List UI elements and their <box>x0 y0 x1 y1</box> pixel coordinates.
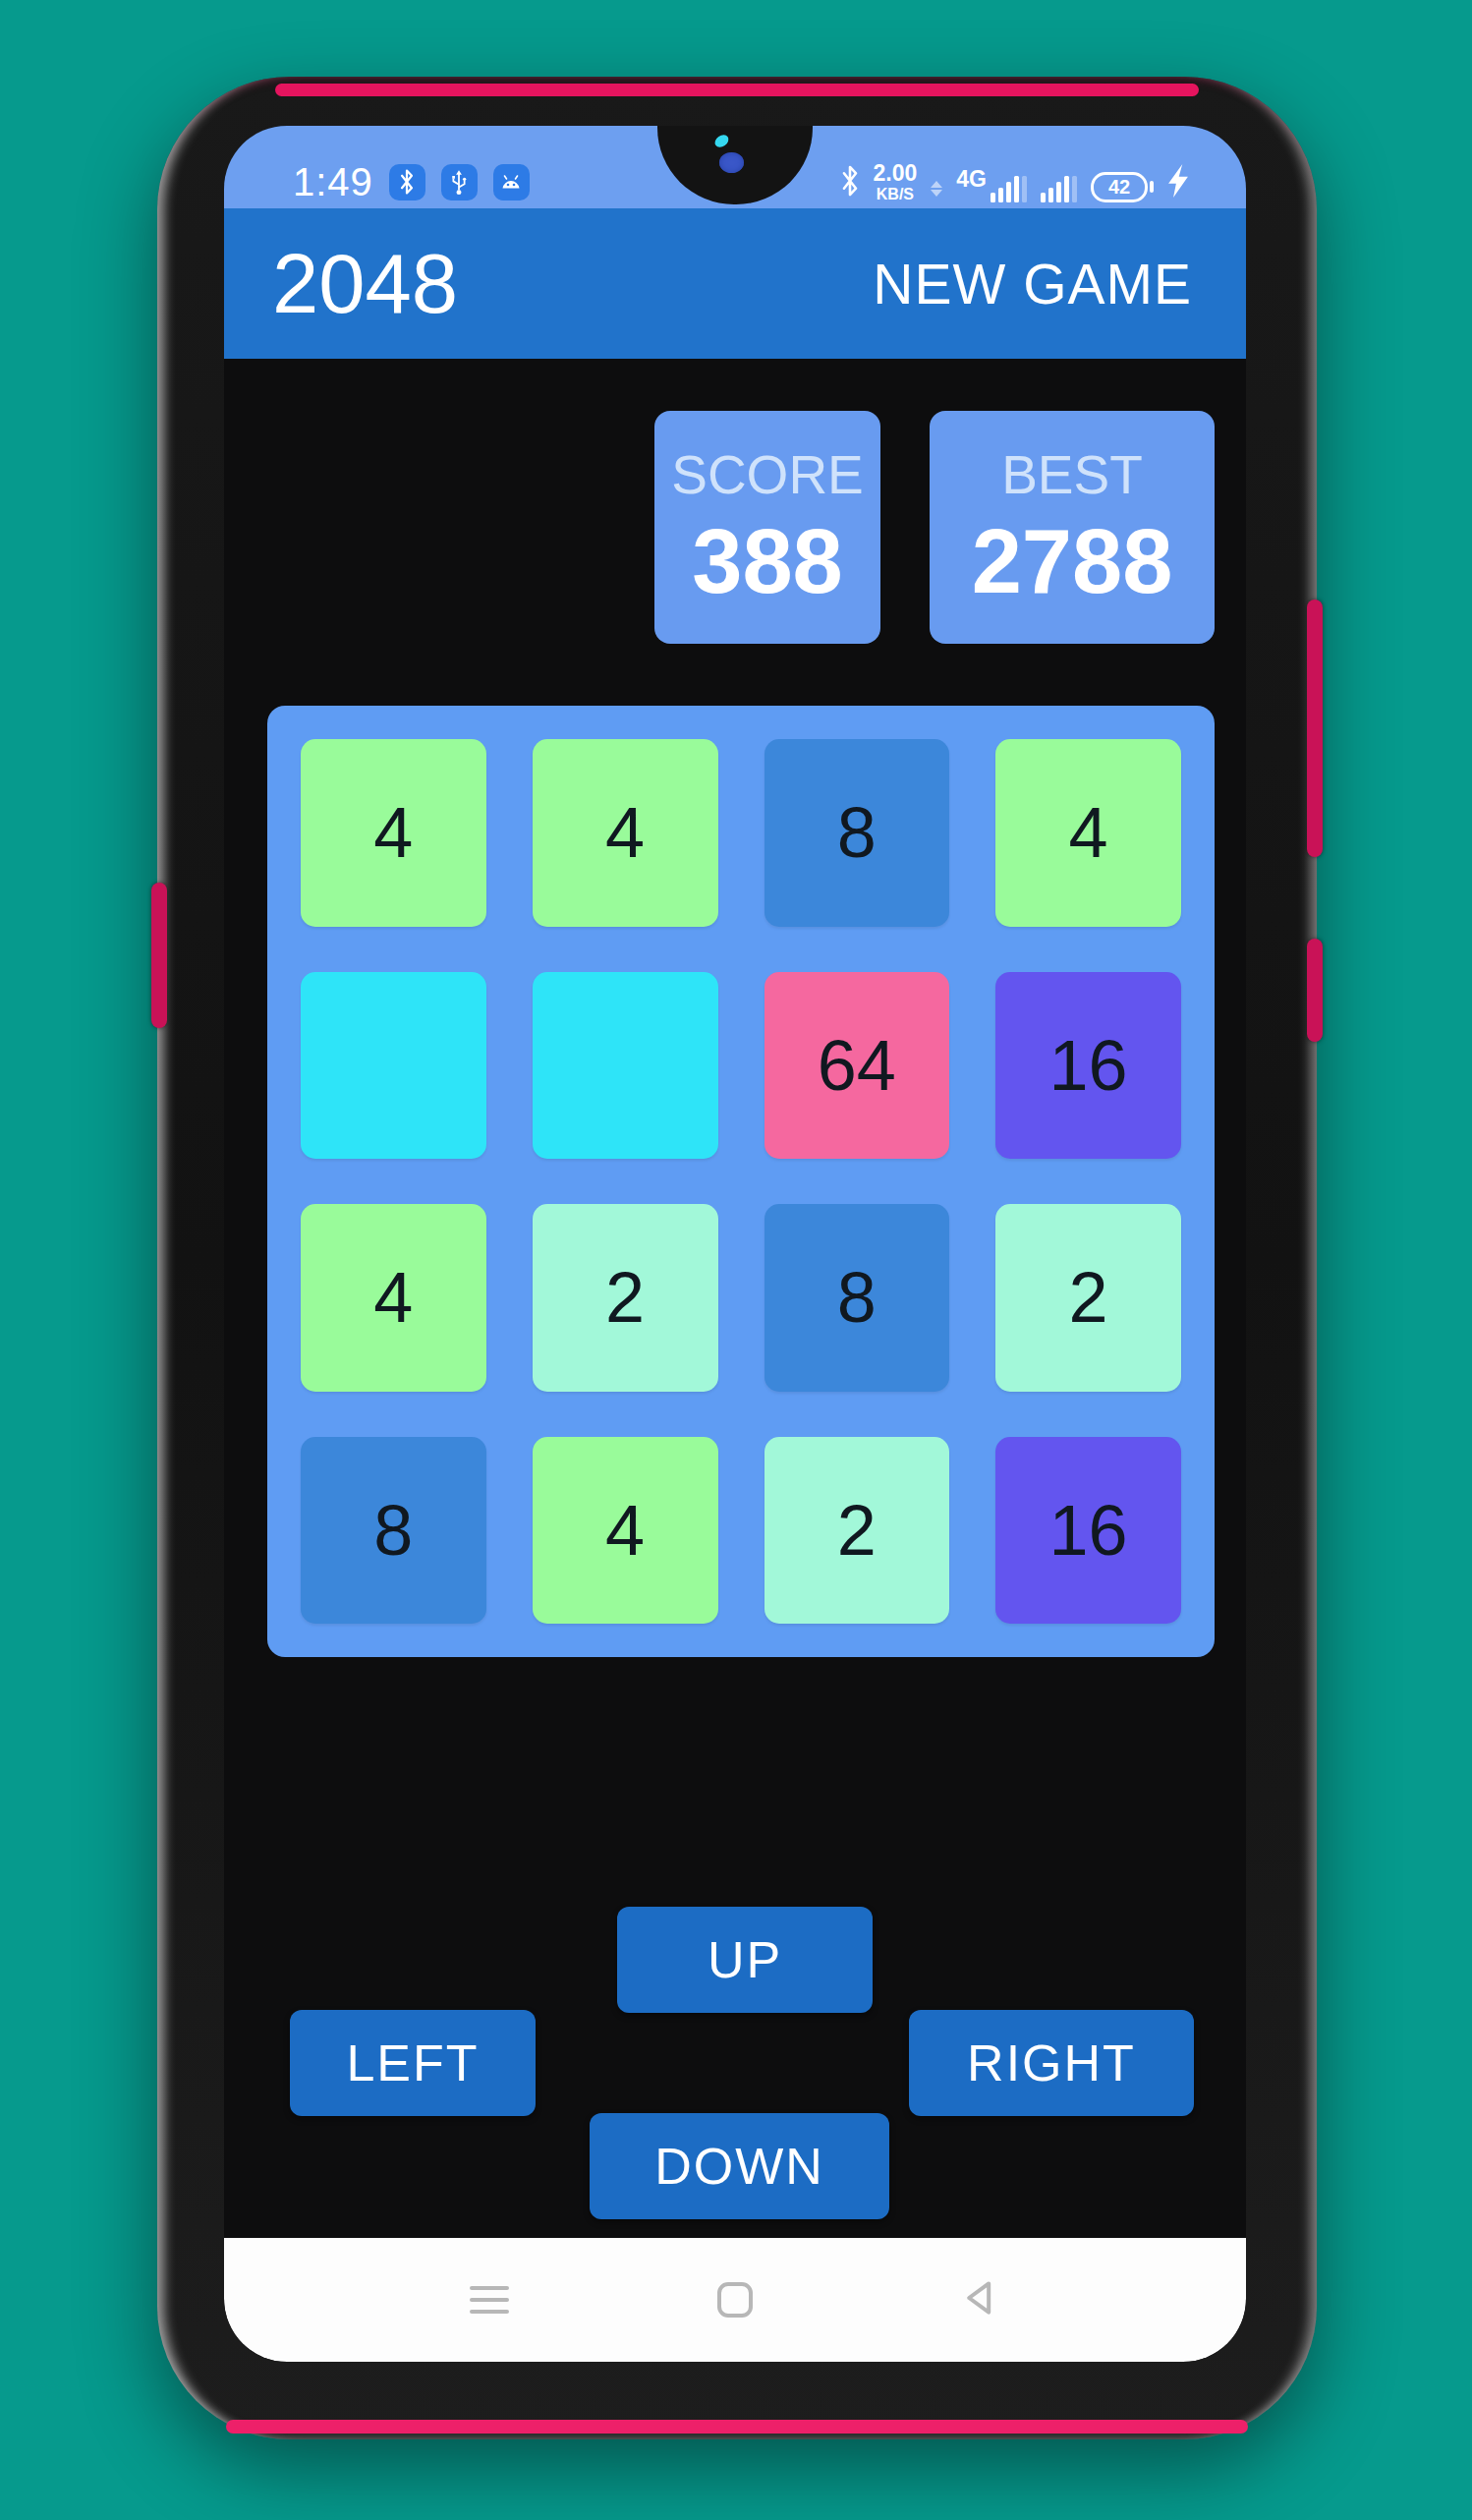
empty-cell <box>301 972 486 1160</box>
phone-frame: 1:49 <box>157 77 1317 2439</box>
android-icon <box>493 164 530 200</box>
tile-8: 8 <box>764 1204 950 1392</box>
usb-icon <box>441 164 478 200</box>
tile-2: 2 <box>764 1437 950 1625</box>
phone-top-accent <box>275 84 1199 96</box>
home-icon[interactable] <box>717 2282 753 2318</box>
empty-cell <box>533 972 718 1160</box>
camera-glint <box>712 133 731 150</box>
right-button[interactable]: RIGHT <box>909 2010 1194 2116</box>
best-value: 2788 <box>972 516 1173 606</box>
network-speed: 2.00 KB/S <box>874 162 918 202</box>
status-bar-right: 2.00 KB/S 4G 42 <box>840 162 1189 202</box>
tile-4: 4 <box>995 739 1181 927</box>
new-game-button[interactable]: NEW GAME <box>873 252 1192 316</box>
phone-screen: 1:49 <box>224 126 1246 2362</box>
phone-bottom-accent <box>226 2420 1248 2434</box>
clock: 1:49 <box>293 160 373 204</box>
charging-icon <box>1167 164 1189 202</box>
tile-16: 16 <box>995 972 1181 1160</box>
best-panel: BEST 2788 <box>930 411 1215 644</box>
4g-signal-bars: 4G <box>956 168 1027 202</box>
sim2-signal-bars <box>1041 176 1077 202</box>
down-button[interactable]: DOWN <box>590 2113 889 2219</box>
tile-4: 4 <box>301 739 486 927</box>
best-label: BEST <box>1001 448 1143 502</box>
battery-indicator: 42 <box>1091 172 1154 202</box>
app-title: 2048 <box>272 236 458 332</box>
bluetooth-share-icon <box>389 164 425 200</box>
status-bar-left: 1:49 <box>293 160 530 204</box>
volume-button-right[interactable] <box>1307 600 1323 857</box>
desktop-background: 1:49 <box>0 0 1472 2520</box>
camera-icon <box>719 152 744 173</box>
tile-8: 8 <box>764 739 950 927</box>
power-button[interactable] <box>1307 939 1323 1042</box>
nav-bar <box>224 2238 1246 2362</box>
up-button[interactable]: UP <box>617 1907 873 2013</box>
game-board: 44846416428284216 <box>267 706 1215 1657</box>
tile-2: 2 <box>533 1204 718 1392</box>
tile-64: 64 <box>764 972 950 1160</box>
tile-4: 4 <box>301 1204 486 1392</box>
menu-icon[interactable] <box>470 2286 509 2314</box>
score-panel: SCORE 388 <box>654 411 880 644</box>
volume-button-left[interactable] <box>151 883 167 1028</box>
back-icon[interactable] <box>961 2278 1000 2321</box>
app-header: 2048 NEW GAME <box>224 208 1246 359</box>
left-button[interactable]: LEFT <box>290 2010 536 2116</box>
tile-8: 8 <box>301 1437 486 1625</box>
tile-4: 4 <box>533 739 718 927</box>
score-value: 388 <box>692 516 843 606</box>
tile-4: 4 <box>533 1437 718 1625</box>
score-label: SCORE <box>671 448 864 502</box>
bluetooth-icon <box>840 165 860 202</box>
tile-2: 2 <box>995 1204 1181 1392</box>
data-activity-icon <box>931 181 942 202</box>
tile-16: 16 <box>995 1437 1181 1625</box>
